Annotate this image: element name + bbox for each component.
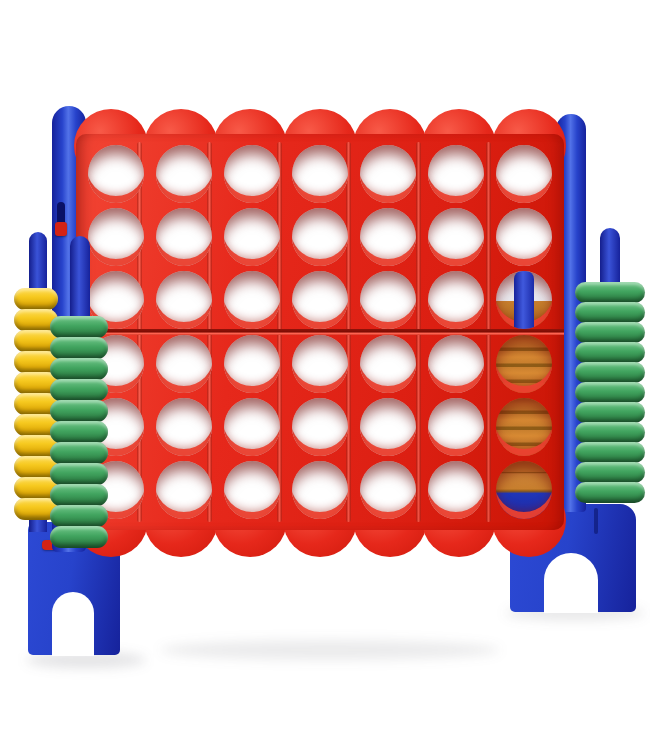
hole-cell (218, 459, 286, 522)
hole-c7-r1[interactable] (496, 145, 552, 203)
hole-cell (422, 395, 490, 458)
hole-c4-r5[interactable] (292, 398, 348, 456)
hole-c3-r1[interactable] (224, 145, 280, 203)
hole-c1-r2[interactable] (88, 208, 144, 266)
hole-c5-r5[interactable] (360, 398, 416, 456)
hole-c1-r1[interactable] (88, 145, 144, 203)
hole-cell (490, 459, 558, 522)
hole-cell (218, 395, 286, 458)
green-ring (50, 442, 108, 464)
green-ring (50, 484, 108, 506)
right-leg-arch-cutout (544, 553, 598, 613)
green-ring (50, 463, 108, 485)
hole-cell (286, 332, 354, 395)
hole-cell (422, 205, 490, 268)
green-ring (50, 379, 108, 401)
green-ring (575, 442, 645, 463)
left-post-red-slider[interactable] (55, 222, 67, 236)
green-ring (50, 421, 108, 443)
left-green-ring-stack (50, 316, 108, 548)
hole-c4-r3[interactable] (292, 271, 348, 329)
hole-c7-r5[interactable] (496, 398, 552, 456)
hole-c6-r4[interactable] (428, 335, 484, 393)
board (76, 94, 564, 560)
hole-c2-r5[interactable] (156, 398, 212, 456)
hole-c2-r1[interactable] (156, 145, 212, 203)
hole-cell (218, 269, 286, 332)
hole-c3-r3[interactable] (224, 271, 280, 329)
hole-cell (354, 459, 422, 522)
hole-cell (286, 269, 354, 332)
hole-c3-r4[interactable] (224, 335, 280, 393)
hole-c4-r6[interactable] (292, 461, 348, 519)
hole-cell (286, 395, 354, 458)
hole-cell (150, 269, 218, 332)
hole-cell (82, 142, 150, 205)
hole-c7-r4[interactable] (496, 335, 552, 393)
hole-c2-r4[interactable] (156, 335, 212, 393)
hole-c7-r2[interactable] (496, 208, 552, 266)
green-ring (50, 358, 108, 380)
hole-cell (422, 332, 490, 395)
hole-c6-r6[interactable] (428, 461, 484, 519)
hole-c6-r1[interactable] (428, 145, 484, 203)
hole-c4-r1[interactable] (292, 145, 348, 203)
hole-cell (490, 395, 558, 458)
hole-cell (490, 205, 558, 268)
hole-c5-r4[interactable] (360, 335, 416, 393)
green-ring (575, 282, 645, 303)
holes-grid (82, 142, 558, 522)
green-ring (575, 342, 645, 363)
green-ring (575, 482, 645, 503)
green-ring (575, 382, 645, 403)
hole-cell (286, 459, 354, 522)
hole-cell (422, 459, 490, 522)
hole-c2-r3[interactable] (156, 271, 212, 329)
right-leg-notch (594, 508, 598, 534)
yellow-ring (14, 288, 58, 310)
left-leg-arch-cutout (52, 592, 94, 656)
hole-cell (422, 269, 490, 332)
hole-cell (150, 142, 218, 205)
green-ring (575, 302, 645, 323)
hole-cell (490, 332, 558, 395)
hole-cell (286, 142, 354, 205)
hole-c7-r3[interactable] (496, 271, 552, 329)
green-ring (50, 316, 108, 338)
green-ring (50, 505, 108, 527)
board-body (76, 134, 564, 530)
giant-connect-four-scene (0, 0, 650, 750)
hole-cell (218, 205, 286, 268)
hole-c7-r6[interactable] (496, 461, 552, 519)
hole-c6-r3[interactable] (428, 271, 484, 329)
green-ring (575, 402, 645, 423)
hole-c2-r6[interactable] (156, 461, 212, 519)
hole-cell (354, 142, 422, 205)
hole-c4-r4[interactable] (292, 335, 348, 393)
hole-cell (218, 332, 286, 395)
hole-cell (354, 395, 422, 458)
hole-c5-r1[interactable] (360, 145, 416, 203)
hole-c5-r6[interactable] (360, 461, 416, 519)
green-ring (50, 400, 108, 422)
hole-cell (422, 142, 490, 205)
hole-cell (150, 332, 218, 395)
hole-cell (490, 142, 558, 205)
hole-c6-r2[interactable] (428, 208, 484, 266)
green-ring (50, 526, 108, 548)
green-ring (50, 337, 108, 359)
green-ring (575, 462, 645, 483)
hole-c5-r3[interactable] (360, 271, 416, 329)
floor-shadow-center (160, 640, 500, 660)
hole-cell (150, 459, 218, 522)
hole-c2-r2[interactable] (156, 208, 212, 266)
hole-cell (150, 205, 218, 268)
green-ring (575, 422, 645, 443)
green-ring (575, 322, 645, 343)
hole-cell (286, 205, 354, 268)
right-green-ring-stack (575, 282, 645, 503)
hole-cell (82, 205, 150, 268)
hole-c5-r2[interactable] (360, 208, 416, 266)
hole-c4-r2[interactable] (292, 208, 348, 266)
hole-c3-r5[interactable] (224, 398, 280, 456)
hole-cell (354, 269, 422, 332)
hole-c6-r5[interactable] (428, 398, 484, 456)
hole-cell (150, 395, 218, 458)
hole-c3-r2[interactable] (224, 208, 280, 266)
hole-cell (354, 205, 422, 268)
green-ring (575, 362, 645, 383)
hole-cell (218, 142, 286, 205)
hole-c3-r6[interactable] (224, 461, 280, 519)
hole-cell (354, 332, 422, 395)
hole-cell (490, 269, 558, 332)
